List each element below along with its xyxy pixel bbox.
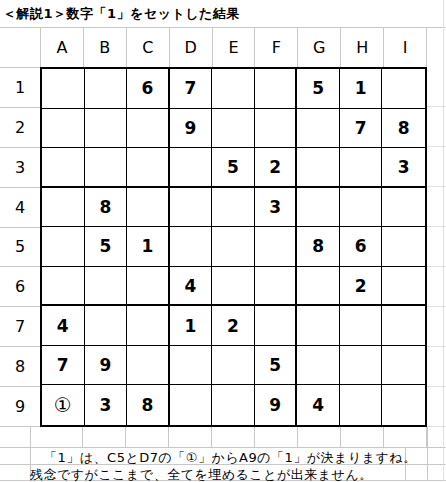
sudoku-cell-A6[interactable] [42,267,85,307]
sudoku-cell-G4[interactable] [297,188,340,228]
sudoku-cell-E1[interactable] [212,69,255,109]
sudoku-cell-C9[interactable]: 8 [127,385,170,425]
column-header-H: H [340,27,383,67]
sudoku-cell-H9[interactable] [340,385,383,425]
row-label-9: 9 [0,387,40,427]
row-label-6: 6 [0,267,40,307]
footer-note-line2: 残念ですがここまで、全てを埋めることが出来ません。 [0,466,446,482]
column-headers: ABCDEFGHI [40,27,427,67]
sudoku-cell-C5[interactable]: 1 [127,227,170,267]
sudoku-cell-E3[interactable]: 5 [212,148,255,188]
sudoku-cell-E7[interactable]: 2 [212,306,255,346]
sudoku-cell-G6[interactable] [297,267,340,307]
sudoku-cell-H5[interactable]: 6 [340,227,383,267]
sudoku-cell-D4[interactable] [170,188,213,228]
row-label-8: 8 [0,347,40,387]
sudoku-cell-F6[interactable] [255,267,298,307]
sudoku-cell-H3[interactable] [340,148,383,188]
sudoku-cell-D6[interactable]: 4 [170,267,213,307]
right-margin-gridlines [427,67,446,427]
sudoku-cell-E5[interactable] [212,227,255,267]
row-label-2: 2 [0,108,40,148]
sudoku-cell-C2[interactable] [127,109,170,149]
sudoku-cell-G5[interactable]: 8 [297,227,340,267]
sudoku-cell-E6[interactable] [212,267,255,307]
column-header-E: E [212,27,255,67]
sudoku-cell-C6[interactable] [127,267,170,307]
sudoku-cell-I7[interactable] [382,306,425,346]
sudoku-cell-H4[interactable] [340,188,383,228]
gridline [0,447,446,448]
column-header-G: G [297,27,340,67]
sudoku-cell-G3[interactable] [297,148,340,188]
sudoku-cell-B5[interactable]: 5 [85,227,128,267]
sudoku-cell-B4[interactable]: 8 [85,188,128,228]
column-header-I: I [383,27,426,67]
spreadsheet-page: ＜解説1＞数字「1」をセットした結果 ABCDEFGHI 123456789 6… [0,0,446,482]
sudoku-cell-I4[interactable] [382,188,425,228]
sudoku-cell-B8[interactable]: 9 [85,346,128,386]
sudoku-cell-A8[interactable]: 7 [42,346,85,386]
sudoku-cell-H1[interactable]: 1 [340,69,383,109]
row-label-7: 7 [0,307,40,347]
sudoku-cell-F9[interactable]: 9 [255,385,298,425]
sudoku-cell-I1[interactable] [382,69,425,109]
column-header-B: B [83,27,126,67]
sudoku-cell-H8[interactable] [340,346,383,386]
sudoku-cell-D7[interactable]: 1 [170,306,213,346]
sudoku-cell-E2[interactable] [212,109,255,149]
column-header-F: F [254,27,297,67]
sudoku-cell-D3[interactable] [170,148,213,188]
sudoku-cell-C1[interactable]: 6 [127,69,170,109]
sudoku-cell-A5[interactable] [42,227,85,267]
sudoku-cell-H2[interactable]: 7 [340,109,383,149]
row-labels: 123456789 [0,67,40,427]
sudoku-cell-F3[interactable]: 2 [255,148,298,188]
sudoku-cell-B9[interactable]: 3 [85,385,128,425]
sudoku-cell-F8[interactable]: 5 [255,346,298,386]
sudoku-grid: 675197852383518642412795①3894 [40,67,427,427]
row-label-1: 1 [0,68,40,108]
row-label-5: 5 [0,228,40,268]
sudoku-cell-G9[interactable]: 4 [297,385,340,425]
column-header-A: A [40,27,83,67]
sudoku-cell-F1[interactable] [255,69,298,109]
sudoku-cell-C8[interactable] [127,346,170,386]
sudoku-cell-F5[interactable] [255,227,298,267]
blank-row-gridlines [40,427,427,447]
page-title: ＜解説1＞数字「1」をセットした結果 [3,5,240,23]
sudoku-cell-I8[interactable] [382,346,425,386]
sudoku-cell-B1[interactable] [85,69,128,109]
sudoku-cell-H6[interactable]: 2 [340,267,383,307]
sudoku-cell-A7[interactable]: 4 [42,306,85,346]
sudoku-cell-D1[interactable]: 7 [170,69,213,109]
sudoku-cell-I2[interactable]: 8 [382,109,425,149]
sudoku-cell-D5[interactable] [170,227,213,267]
sudoku-cell-G8[interactable] [297,346,340,386]
sudoku-cell-A4[interactable] [42,188,85,228]
row-label-4: 4 [0,188,40,228]
footer-note-line1: 「1」は、C5とD7の「①」からA9の「1」が決まりますね。 [0,449,446,465]
sudoku-cell-F7[interactable] [255,306,298,346]
sudoku-cell-A3[interactable] [42,148,85,188]
sudoku-cell-F2[interactable] [255,109,298,149]
sudoku-cell-H7[interactable] [340,306,383,346]
sudoku-cell-D8[interactable] [170,346,213,386]
column-header-C: C [126,27,169,67]
sudoku-cell-A1[interactable] [42,69,85,109]
sudoku-cell-E8[interactable] [212,346,255,386]
sudoku-cell-E9[interactable] [212,385,255,425]
sudoku-cell-I6[interactable] [382,267,425,307]
sudoku-cell-D2[interactable]: 9 [170,109,213,149]
sudoku-cell-B6[interactable] [85,267,128,307]
sudoku-cell-D9[interactable] [170,385,213,425]
column-header-D: D [169,27,212,67]
sudoku-cell-G1[interactable]: 5 [297,69,340,109]
sudoku-cell-C7[interactable] [127,306,170,346]
sudoku-cell-I9[interactable] [382,385,425,425]
sudoku-cell-I5[interactable] [382,227,425,267]
sudoku-cell-A2[interactable] [42,109,85,149]
sudoku-cell-A9[interactable]: ① [42,385,85,425]
sudoku-cell-C3[interactable] [127,148,170,188]
sudoku-cell-C4[interactable] [127,188,170,228]
sudoku-cell-F4[interactable]: 3 [255,188,298,228]
sudoku-cell-B7[interactable] [85,306,128,346]
sudoku-cell-I3[interactable]: 3 [382,148,425,188]
sudoku-cell-G7[interactable] [297,306,340,346]
row-label-3: 3 [0,148,40,188]
sudoku-cell-G2[interactable] [297,109,340,149]
sudoku-cell-B3[interactable] [85,148,128,188]
sudoku-cell-E4[interactable] [212,188,255,228]
sudoku-cell-B2[interactable] [85,109,128,149]
